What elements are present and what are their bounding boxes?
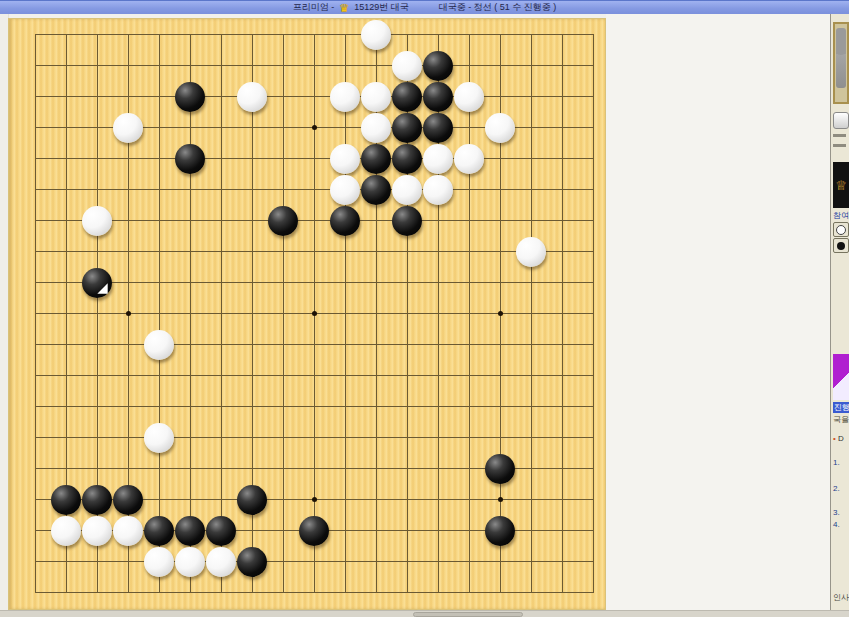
greeting-label: 인사 bbox=[833, 592, 849, 603]
stone-black bbox=[175, 516, 205, 546]
stone-white bbox=[144, 423, 174, 453]
stone-white bbox=[330, 144, 360, 174]
list-item[interactable]: 4. bbox=[833, 520, 840, 529]
grid-line-vertical bbox=[562, 34, 563, 593]
stone-white bbox=[454, 82, 484, 112]
stone-white bbox=[423, 144, 453, 174]
grid-line-vertical bbox=[469, 34, 470, 593]
room-label: 프리미엄 - bbox=[293, 1, 335, 14]
sidebar-button[interactable] bbox=[833, 112, 849, 129]
grid-line-horizontal bbox=[35, 406, 594, 407]
stone-white bbox=[144, 547, 174, 577]
join-label: 참여 bbox=[833, 210, 849, 221]
game-number-label: 15129번 대국 bbox=[354, 1, 409, 14]
stone-black bbox=[113, 485, 143, 515]
stone-white bbox=[113, 516, 143, 546]
grid-line-horizontal bbox=[35, 375, 594, 376]
window-background bbox=[606, 14, 830, 610]
stone-white bbox=[82, 206, 112, 236]
star-point bbox=[126, 311, 131, 316]
grid-line-vertical bbox=[531, 34, 532, 593]
bullet-item: • D bbox=[833, 434, 844, 443]
stone-black bbox=[175, 144, 205, 174]
list-item[interactable]: 1. bbox=[833, 458, 840, 467]
grid-line-horizontal bbox=[35, 344, 594, 345]
list-item[interactable]: 3. bbox=[833, 508, 840, 517]
stone-black bbox=[423, 82, 453, 112]
player-picture-frame bbox=[833, 22, 849, 104]
grid-line-horizontal bbox=[35, 592, 594, 593]
app-window: 프리미엄 - ♛ 15129번 대국 대국중 - 정선 ( 51 수 진행중 )… bbox=[0, 0, 849, 617]
stone-black bbox=[485, 454, 515, 484]
horizontal-scrollbar-thumb[interactable] bbox=[413, 612, 523, 617]
star-point bbox=[312, 125, 317, 130]
bullet-icon: • bbox=[833, 434, 836, 443]
window-titlebar: 프리미엄 - ♛ 15129번 대국 대국중 - 정선 ( 51 수 진행중 ) bbox=[0, 0, 849, 14]
list-item[interactable]: 2. bbox=[833, 484, 840, 493]
grid-line-horizontal bbox=[35, 437, 594, 438]
grid-line-vertical bbox=[345, 34, 346, 593]
stone-black bbox=[51, 485, 81, 515]
stone-black bbox=[423, 113, 453, 143]
info-text-line bbox=[833, 134, 846, 137]
stone-white bbox=[330, 82, 360, 112]
right-sidebar: ♕ 참여 진행 국을 • D 1. 2. 3. 4. 인사 bbox=[830, 14, 849, 610]
white-stone-hand-icon[interactable] bbox=[833, 222, 849, 237]
grid-line-vertical bbox=[593, 34, 594, 593]
stone-black bbox=[144, 516, 174, 546]
portrait-image bbox=[836, 28, 846, 88]
game-status-label: 대국중 - 정선 ( 51 수 진행중 ) bbox=[439, 1, 557, 14]
crown-icon: ♛ bbox=[339, 3, 349, 13]
stone-white bbox=[144, 330, 174, 360]
star-point bbox=[498, 311, 503, 316]
trophy-icon: ♕ bbox=[833, 162, 849, 208]
stone-black bbox=[82, 485, 112, 515]
stone-white bbox=[454, 144, 484, 174]
stone-white bbox=[206, 547, 236, 577]
goban-board[interactable] bbox=[8, 18, 606, 610]
stone-white bbox=[82, 516, 112, 546]
stone-black bbox=[82, 268, 112, 298]
stone-black bbox=[392, 113, 422, 143]
stone-black bbox=[361, 175, 391, 205]
stone-white bbox=[175, 547, 205, 577]
stone-white bbox=[237, 82, 267, 112]
stone-white bbox=[361, 20, 391, 50]
stone-white bbox=[423, 175, 453, 205]
stone-white bbox=[516, 237, 546, 267]
avatar-card-image bbox=[833, 354, 849, 400]
black-stone-hand-icon[interactable] bbox=[833, 238, 849, 253]
stone-black bbox=[392, 206, 422, 236]
stone-black bbox=[392, 144, 422, 174]
info-text-line bbox=[833, 144, 846, 147]
stone-black bbox=[361, 144, 391, 174]
stone-black bbox=[237, 485, 267, 515]
stone-white bbox=[485, 113, 515, 143]
board-grid[interactable] bbox=[35, 34, 594, 593]
progress-label: 진행 bbox=[833, 402, 849, 413]
grid-line-horizontal bbox=[35, 561, 594, 562]
stone-white bbox=[361, 113, 391, 143]
stone-black bbox=[299, 516, 329, 546]
stone-white bbox=[51, 516, 81, 546]
stone-black bbox=[423, 51, 453, 81]
stone-black bbox=[330, 206, 360, 236]
star-point bbox=[312, 311, 317, 316]
stone-white bbox=[392, 175, 422, 205]
star-point bbox=[312, 497, 317, 502]
stone-white bbox=[361, 82, 391, 112]
stone-black bbox=[206, 516, 236, 546]
last-move-marker bbox=[96, 282, 109, 295]
stone-white bbox=[330, 175, 360, 205]
stone-black bbox=[268, 206, 298, 236]
stone-black bbox=[485, 516, 515, 546]
stone-black bbox=[392, 82, 422, 112]
stone-white bbox=[113, 113, 143, 143]
stone-black bbox=[237, 547, 267, 577]
bottom-status-strip bbox=[0, 610, 849, 617]
stone-black bbox=[175, 82, 205, 112]
star-point bbox=[498, 497, 503, 502]
record-label: 국을 bbox=[833, 414, 849, 425]
stone-white bbox=[392, 51, 422, 81]
